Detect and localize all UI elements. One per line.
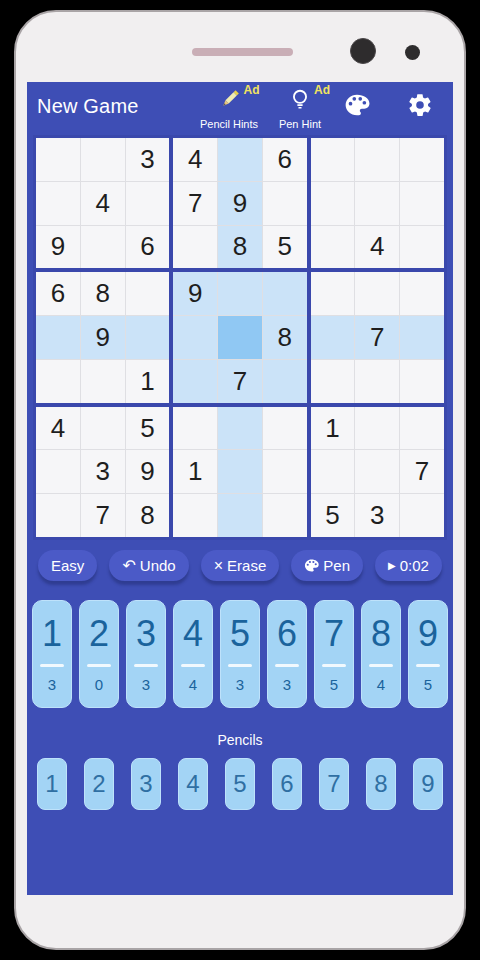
- cell-r3c1[interactable]: 9: [36, 226, 80, 269]
- num-divider: [40, 664, 64, 667]
- cell-r7c4[interactable]: [173, 407, 217, 450]
- num-divider: [181, 664, 205, 667]
- num-count: 0: [95, 676, 103, 693]
- cell-r1c1[interactable]: [36, 138, 80, 181]
- cell-r4c4[interactable]: 9: [173, 272, 217, 315]
- pencil-8-button[interactable]: 8: [366, 758, 396, 810]
- box-8: 1: [173, 407, 306, 537]
- box-5: 987: [173, 272, 306, 402]
- pen-label: Pen: [323, 557, 350, 574]
- num-count: 3: [236, 676, 244, 693]
- cell-r1c5[interactable]: [218, 138, 262, 181]
- difficulty-label: Easy: [51, 557, 84, 574]
- cell-r1c6[interactable]: 6: [263, 138, 307, 181]
- page-title: New Game: [37, 95, 139, 118]
- pen-hint-button[interactable]: Ad Pen Hint: [273, 86, 327, 130]
- num-divider: [87, 664, 111, 667]
- timer-value: 0:02: [400, 557, 429, 574]
- undo-button[interactable]: ↶ Undo: [109, 550, 188, 581]
- pencil-slot: 7: [314, 758, 354, 810]
- cell-r1c9[interactable]: [400, 138, 444, 181]
- cell-r2c4[interactable]: 7: [173, 182, 217, 225]
- pencil-2-button[interactable]: 2: [84, 758, 114, 810]
- cell-r5c7[interactable]: [311, 316, 355, 359]
- cell-r6c5[interactable]: 7: [218, 360, 262, 403]
- num-count: 4: [377, 676, 385, 693]
- cell-r7c6[interactable]: [263, 407, 307, 450]
- cell-r2c9[interactable]: [400, 182, 444, 225]
- lightbulb-icon: Ad: [287, 86, 313, 116]
- cell-r7c7[interactable]: 1: [311, 407, 355, 450]
- num-digit: 9: [418, 614, 438, 654]
- cell-r6c6[interactable]: [263, 360, 307, 403]
- cell-r6c8[interactable]: [355, 360, 399, 403]
- pencil-hints-button[interactable]: Ad Pencil Hints: [197, 86, 261, 130]
- pencil-pad: 123456789: [32, 758, 448, 810]
- pencil-hints-label: Pencil Hints: [197, 118, 261, 130]
- cell-r3c7[interactable]: [311, 226, 355, 269]
- num-digit: 6: [277, 614, 297, 654]
- num-count: 3: [48, 676, 56, 693]
- cell-r4c5[interactable]: [218, 272, 262, 315]
- cell-r5c5[interactable]: [218, 316, 262, 359]
- stage: New Game Ad Pencil Hin: [0, 0, 480, 960]
- cell-r8c9[interactable]: 7: [400, 450, 444, 493]
- erase-button[interactable]: × Erase: [201, 550, 280, 581]
- box-7: 453978: [36, 407, 169, 537]
- cell-r4c3[interactable]: [126, 272, 170, 315]
- undo-label: Undo: [140, 557, 176, 574]
- cell-r1c4[interactable]: 4: [173, 138, 217, 181]
- cell-r8c7[interactable]: [311, 450, 355, 493]
- num-2-button[interactable]: 20: [79, 600, 119, 708]
- cell-r7c8[interactable]: [355, 407, 399, 450]
- num-count: 5: [330, 676, 338, 693]
- pen-button[interactable]: Pen: [291, 550, 363, 581]
- pen-hint-label: Pen Hint: [273, 118, 327, 130]
- num-divider: [228, 664, 252, 667]
- cell-r7c5[interactable]: [218, 407, 262, 450]
- cell-r2c6[interactable]: [263, 182, 307, 225]
- pencils-label: Pencils: [27, 732, 453, 748]
- num-count: 5: [424, 676, 432, 693]
- num-digit: 7: [324, 614, 344, 654]
- cell-r4c2[interactable]: 8: [81, 272, 125, 315]
- play-icon: ▶: [388, 561, 396, 571]
- cell-r6c4[interactable]: [173, 360, 217, 403]
- cell-r1c8[interactable]: [355, 138, 399, 181]
- num-count: 3: [283, 676, 291, 693]
- settings-button[interactable]: [407, 92, 433, 118]
- cell-r5c9[interactable]: [400, 316, 444, 359]
- cell-r2c2[interactable]: 4: [81, 182, 125, 225]
- ad-badge: Ad: [314, 83, 330, 97]
- cell-r8c4[interactable]: 1: [173, 450, 217, 493]
- cell-r6c2[interactable]: [81, 360, 125, 403]
- num-count: 4: [189, 676, 197, 693]
- pencil-9-button[interactable]: 9: [413, 758, 443, 810]
- cell-r8c1[interactable]: [36, 450, 80, 493]
- pencil-slot: 6: [267, 758, 307, 810]
- cell-r3c2[interactable]: [81, 226, 125, 269]
- cell-r9c1[interactable]: [36, 494, 80, 537]
- pencil-slot: 9: [408, 758, 448, 810]
- app-screen: New Game Ad Pencil Hin: [27, 82, 453, 895]
- cell-r5c1[interactable]: [36, 316, 80, 359]
- cell-r9c5[interactable]: [218, 494, 262, 537]
- box-1: 3496: [36, 138, 169, 268]
- num-8-button[interactable]: 84: [361, 600, 401, 708]
- box-3: 4: [311, 138, 444, 268]
- cell-r4c8[interactable]: [355, 272, 399, 315]
- cell-r9c3[interactable]: 8: [126, 494, 170, 537]
- cell-r4c7[interactable]: [311, 272, 355, 315]
- num-divider: [369, 664, 393, 667]
- cell-r8c3[interactable]: 9: [126, 450, 170, 493]
- pencil-slot: 8: [361, 758, 401, 810]
- cell-r9c4[interactable]: [173, 494, 217, 537]
- pencil-slot: 1: [32, 758, 72, 810]
- cell-r8c8[interactable]: [355, 450, 399, 493]
- cell-r3c8[interactable]: 4: [355, 226, 399, 269]
- cell-r5c6[interactable]: 8: [263, 316, 307, 359]
- cell-r2c1[interactable]: [36, 182, 80, 225]
- palette-icon: [344, 104, 370, 121]
- cell-r9c9[interactable]: [400, 494, 444, 537]
- num-count: 3: [142, 676, 150, 693]
- cell-r3c5[interactable]: 8: [218, 226, 262, 269]
- cell-r6c1[interactable]: [36, 360, 80, 403]
- cell-r3c4[interactable]: [173, 226, 217, 269]
- num-divider: [416, 664, 440, 667]
- theme-palette-button[interactable]: [344, 92, 370, 118]
- num-digit: 1: [42, 614, 62, 654]
- cell-r3c9[interactable]: [400, 226, 444, 269]
- gear-icon: [407, 104, 433, 121]
- app-header: New Game Ad Pencil Hin: [27, 82, 453, 135]
- cell-r1c7[interactable]: [311, 138, 355, 181]
- num-digit: 4: [183, 614, 203, 654]
- box-4: 6891: [36, 272, 169, 402]
- cell-r9c7[interactable]: 5: [311, 494, 355, 537]
- cell-r3c6[interactable]: 5: [263, 226, 307, 269]
- pencil-4-button[interactable]: 4: [178, 758, 208, 810]
- ad-badge: Ad: [244, 83, 260, 97]
- proximity-sensor-icon: [405, 45, 420, 60]
- number-pad: 132033445363758495: [32, 600, 448, 708]
- pencil-1-button[interactable]: 1: [37, 758, 67, 810]
- num-7-button[interactable]: 75: [314, 600, 354, 708]
- sudoku-board: 349646798546891987745397811753: [33, 135, 447, 540]
- num-digit: 3: [136, 614, 156, 654]
- pencil-slot: 3: [126, 758, 166, 810]
- num-divider: [322, 664, 346, 667]
- cell-r7c3[interactable]: 5: [126, 407, 170, 450]
- pencil-slot: 5: [220, 758, 260, 810]
- cell-r8c5[interactable]: [218, 450, 262, 493]
- cell-r5c4[interactable]: [173, 316, 217, 359]
- cell-r6c7[interactable]: [311, 360, 355, 403]
- cell-r4c1[interactable]: 6: [36, 272, 80, 315]
- difficulty-button[interactable]: Easy: [38, 550, 97, 581]
- pencil-7-button[interactable]: 7: [319, 758, 349, 810]
- num-3-button[interactable]: 33: [126, 600, 166, 708]
- cell-r9c2[interactable]: 7: [81, 494, 125, 537]
- cell-r8c2[interactable]: 3: [81, 450, 125, 493]
- cell-r2c3[interactable]: [126, 182, 170, 225]
- num-1-button[interactable]: 13: [32, 600, 72, 708]
- timer-button[interactable]: ▶ 0:02: [375, 550, 442, 581]
- cell-r7c9[interactable]: [400, 407, 444, 450]
- pen-palette-icon: [304, 558, 319, 573]
- cell-r4c9[interactable]: [400, 272, 444, 315]
- phone-frame: New Game Ad Pencil Hin: [14, 10, 466, 950]
- cell-r5c3[interactable]: [126, 316, 170, 359]
- erase-x-icon: ×: [214, 558, 223, 574]
- pencil-3-button[interactable]: 3: [131, 758, 161, 810]
- cell-r5c8[interactable]: 7: [355, 316, 399, 359]
- pencil-slot: 2: [79, 758, 119, 810]
- undo-icon: ↶: [122, 558, 135, 574]
- cell-r7c2[interactable]: [81, 407, 125, 450]
- cell-r2c7[interactable]: [311, 182, 355, 225]
- cell-r6c3[interactable]: 1: [126, 360, 170, 403]
- cell-r1c3[interactable]: 3: [126, 138, 170, 181]
- num-5-button[interactable]: 53: [220, 600, 260, 708]
- num-digit: 8: [371, 614, 391, 654]
- num-9-button[interactable]: 95: [408, 600, 448, 708]
- cell-r6c9[interactable]: [400, 360, 444, 403]
- cell-r1c2[interactable]: [81, 138, 125, 181]
- cell-r7c1[interactable]: 4: [36, 407, 80, 450]
- erase-label: Erase: [227, 557, 266, 574]
- num-divider: [275, 664, 299, 667]
- pencil-slot: 4: [173, 758, 213, 810]
- pencil-6-button[interactable]: 6: [272, 758, 302, 810]
- num-divider: [134, 664, 158, 667]
- speaker-grill-icon: [192, 48, 293, 56]
- cell-r3c3[interactable]: 6: [126, 226, 170, 269]
- pencil-5-button[interactable]: 5: [225, 758, 255, 810]
- num-4-button[interactable]: 44: [173, 600, 213, 708]
- cell-r2c8[interactable]: [355, 182, 399, 225]
- num-6-button[interactable]: 63: [267, 600, 307, 708]
- box-9: 1753: [311, 407, 444, 537]
- num-digit: 5: [230, 614, 250, 654]
- pencil-icon: Ad: [216, 86, 243, 116]
- front-camera-icon: [350, 38, 376, 64]
- cell-r9c6[interactable]: [263, 494, 307, 537]
- cell-r9c8[interactable]: 3: [355, 494, 399, 537]
- toolbar: Easy ↶ Undo × Erase Pen: [27, 550, 453, 586]
- box-2: 467985: [173, 138, 306, 268]
- cell-r5c2[interactable]: 9: [81, 316, 125, 359]
- box-6: 7: [311, 272, 444, 402]
- num-digit: 2: [89, 614, 109, 654]
- cell-r8c6[interactable]: [263, 450, 307, 493]
- cell-r2c5[interactable]: 9: [218, 182, 262, 225]
- cell-r4c6[interactable]: [263, 272, 307, 315]
